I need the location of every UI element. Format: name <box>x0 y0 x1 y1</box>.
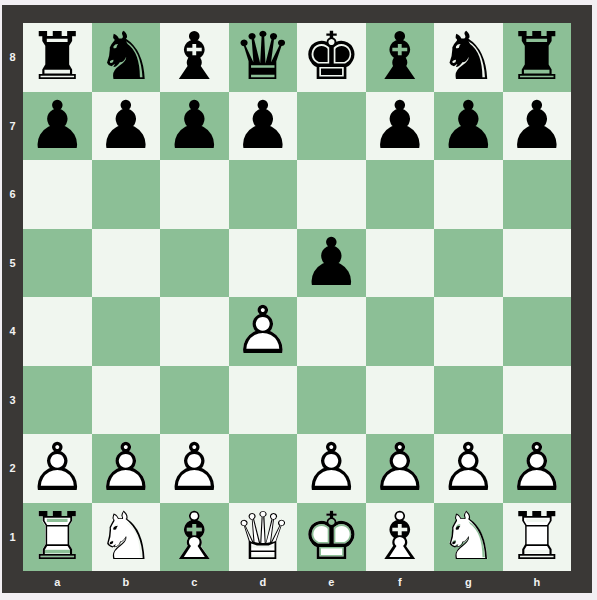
rank-label-5: 5 <box>2 229 23 298</box>
file-label-h: h <box>503 571 572 593</box>
piece-white-pawn[interactable]: ♟♙ <box>297 434 366 503</box>
rank-labels: 8 7 6 5 4 3 2 1 <box>2 23 23 571</box>
piece-white-pawn[interactable]: ♟♙ <box>23 434 92 503</box>
square-b7[interactable]: ♟ <box>92 92 161 161</box>
rank-label-1: 1 <box>2 503 23 572</box>
square-f8[interactable]: ♝ <box>366 23 435 92</box>
square-b6[interactable] <box>92 160 161 229</box>
square-d6[interactable] <box>229 160 298 229</box>
piece-white-knight[interactable]: ♞♘ <box>434 503 503 572</box>
square-g2[interactable]: ♟♙ <box>434 434 503 503</box>
piece-outline: ♕ <box>229 503 298 572</box>
piece-outline: ♙ <box>229 297 298 366</box>
piece-white-knight[interactable]: ♞♘ <box>92 503 161 572</box>
piece-black-queen[interactable]: ♛ <box>229 23 298 92</box>
square-c8[interactable]: ♝ <box>160 23 229 92</box>
square-a1[interactable]: ♜♖ <box>23 503 92 572</box>
square-h6[interactable] <box>503 160 572 229</box>
square-f3[interactable] <box>366 366 435 435</box>
piece-outline: ♘ <box>92 503 161 572</box>
piece-white-pawn[interactable]: ♟♙ <box>366 434 435 503</box>
square-b5[interactable] <box>92 229 161 298</box>
file-labels: a b c d e f g h <box>23 571 571 593</box>
file-label-d: d <box>229 571 298 593</box>
file-label-c: c <box>160 571 229 593</box>
piece-black-pawn[interactable]: ♟ <box>160 92 229 161</box>
square-c4[interactable] <box>160 297 229 366</box>
square-d7[interactable]: ♟ <box>229 92 298 161</box>
piece-black-pawn[interactable]: ♟ <box>297 229 366 298</box>
square-a7[interactable]: ♟ <box>23 92 92 161</box>
rank-label-7: 7 <box>2 92 23 161</box>
piece-white-pawn[interactable]: ♟♙ <box>92 434 161 503</box>
piece-white-pawn[interactable]: ♟♙ <box>434 434 503 503</box>
rank-label-2: 2 <box>2 434 23 503</box>
piece-outline: ♙ <box>434 434 503 503</box>
piece-outline: ♙ <box>297 434 366 503</box>
square-c6[interactable] <box>160 160 229 229</box>
piece-black-pawn[interactable]: ♟ <box>503 92 572 161</box>
piece-white-king[interactable]: ♚♔ <box>297 503 366 572</box>
file-label-f: f <box>366 571 435 593</box>
rank-label-6: 6 <box>2 160 23 229</box>
piece-white-rook[interactable]: ♜♖ <box>503 503 572 572</box>
piece-black-bishop[interactable]: ♝ <box>366 23 435 92</box>
piece-black-pawn[interactable]: ♟ <box>23 92 92 161</box>
square-g6[interactable] <box>434 160 503 229</box>
square-e8[interactable]: ♚ <box>297 23 366 92</box>
piece-outline: ♗ <box>160 503 229 572</box>
square-h1[interactable]: ♜♖ <box>503 503 572 572</box>
square-h2[interactable]: ♟♙ <box>503 434 572 503</box>
square-a2[interactable]: ♟♙ <box>23 434 92 503</box>
square-f4[interactable] <box>366 297 435 366</box>
piece-outline: ♙ <box>366 434 435 503</box>
piece-outline: ♖ <box>503 503 572 572</box>
rank-label-4: 4 <box>2 297 23 366</box>
square-e7[interactable] <box>297 92 366 161</box>
square-a3[interactable] <box>23 366 92 435</box>
file-label-a: a <box>23 571 92 593</box>
square-f2[interactable]: ♟♙ <box>366 434 435 503</box>
piece-black-pawn[interactable]: ♟ <box>366 92 435 161</box>
square-c1[interactable]: ♝♗ <box>160 503 229 572</box>
square-c3[interactable] <box>160 366 229 435</box>
square-d3[interactable] <box>229 366 298 435</box>
square-e3[interactable] <box>297 366 366 435</box>
square-e1[interactable]: ♚♔ <box>297 503 366 572</box>
square-f6[interactable] <box>366 160 435 229</box>
piece-outline: ♔ <box>297 503 366 572</box>
square-d1[interactable]: ♛♕ <box>229 503 298 572</box>
square-h7[interactable]: ♟ <box>503 92 572 161</box>
file-label-b: b <box>92 571 161 593</box>
square-e6[interactable] <box>297 160 366 229</box>
square-c2[interactable]: ♟♙ <box>160 434 229 503</box>
piece-white-queen[interactable]: ♛♕ <box>229 503 298 572</box>
square-c7[interactable]: ♟ <box>160 92 229 161</box>
square-b3[interactable] <box>92 366 161 435</box>
piece-black-king[interactable]: ♚ <box>297 23 366 92</box>
rank-label-3: 3 <box>2 366 23 435</box>
file-label-e: e <box>297 571 366 593</box>
piece-outline: ♗ <box>366 503 435 572</box>
square-g8[interactable]: ♞ <box>434 23 503 92</box>
square-b8[interactable]: ♞ <box>92 23 161 92</box>
square-c5[interactable] <box>160 229 229 298</box>
piece-outline: ♖ <box>23 503 92 572</box>
square-f1[interactable]: ♝♗ <box>366 503 435 572</box>
piece-black-pawn[interactable]: ♟ <box>92 92 161 161</box>
piece-white-rook[interactable]: ♜♖ <box>23 503 92 572</box>
square-e4[interactable] <box>297 297 366 366</box>
piece-white-pawn[interactable]: ♟♙ <box>503 434 572 503</box>
piece-outline: ♙ <box>23 434 92 503</box>
piece-white-pawn[interactable]: ♟♙ <box>160 434 229 503</box>
rank-label-8: 8 <box>2 23 23 92</box>
piece-black-knight[interactable]: ♞ <box>92 23 161 92</box>
piece-outline: ♙ <box>503 434 572 503</box>
piece-black-knight[interactable]: ♞ <box>434 23 503 92</box>
square-h4[interactable] <box>503 297 572 366</box>
piece-outline: ♘ <box>434 503 503 572</box>
square-f5[interactable] <box>366 229 435 298</box>
square-h5[interactable] <box>503 229 572 298</box>
piece-outline: ♙ <box>160 434 229 503</box>
square-f7[interactable]: ♟ <box>366 92 435 161</box>
piece-black-pawn[interactable]: ♟ <box>229 92 298 161</box>
square-h8[interactable]: ♜ <box>503 23 572 92</box>
square-d4[interactable]: ♟♙ <box>229 297 298 366</box>
piece-black-bishop[interactable]: ♝ <box>160 23 229 92</box>
piece-black-rook[interactable]: ♜ <box>23 23 92 92</box>
square-b4[interactable] <box>92 297 161 366</box>
square-b1[interactable]: ♞♘ <box>92 503 161 572</box>
square-e2[interactable]: ♟♙ <box>297 434 366 503</box>
file-label-g: g <box>434 571 503 593</box>
square-e5[interactable]: ♟ <box>297 229 366 298</box>
square-a4[interactable] <box>23 297 92 366</box>
square-g1[interactable]: ♞♘ <box>434 503 503 572</box>
piece-black-pawn[interactable]: ♟ <box>434 92 503 161</box>
square-a8[interactable]: ♜ <box>23 23 92 92</box>
square-g4[interactable] <box>434 297 503 366</box>
square-h3[interactable] <box>503 366 572 435</box>
piece-white-pawn[interactable]: ♟♙ <box>229 297 298 366</box>
piece-white-bishop[interactable]: ♝♗ <box>160 503 229 572</box>
square-a5[interactable] <box>23 229 92 298</box>
piece-outline: ♙ <box>92 434 161 503</box>
square-g7[interactable]: ♟ <box>434 92 503 161</box>
square-b2[interactable]: ♟♙ <box>92 434 161 503</box>
square-g3[interactable] <box>434 366 503 435</box>
square-d2[interactable] <box>229 434 298 503</box>
square-g5[interactable] <box>434 229 503 298</box>
piece-black-rook[interactable]: ♜ <box>503 23 572 92</box>
chess-board[interactable]: ♜♞♝♛♚♝♞♜♟♟♟♟♟♟♟♟♟♙♟♙♟♙♟♙♟♙♟♙♟♙♟♙♜♖♞♘♝♗♛♕… <box>23 23 571 571</box>
square-d5[interactable] <box>229 229 298 298</box>
piece-white-bishop[interactable]: ♝♗ <box>366 503 435 572</box>
square-d8[interactable]: ♛ <box>229 23 298 92</box>
square-a6[interactable] <box>23 160 92 229</box>
board-frame: 8 7 6 5 4 3 2 1 ♜♞♝♛♚♝♞♜♟♟♟♟♟♟♟♟♟♙♟♙♟♙♟♙… <box>2 5 592 593</box>
